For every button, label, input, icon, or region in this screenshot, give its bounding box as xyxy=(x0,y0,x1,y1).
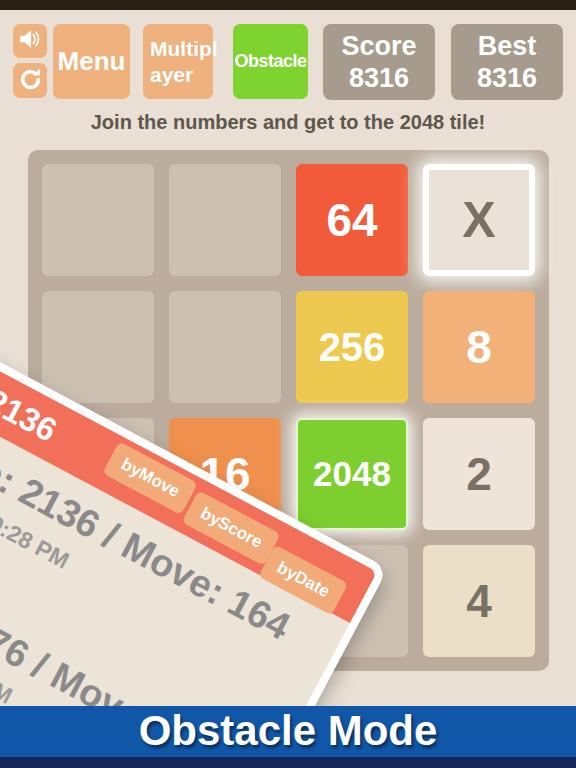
best-value: 8316 xyxy=(477,62,537,94)
best-box: Best 8316 xyxy=(451,24,563,100)
mode-label: Obstacle Mode xyxy=(139,706,438,756)
multiplayer-button[interactable]: Multipl ayer xyxy=(143,24,213,99)
bottom-border xyxy=(0,757,576,768)
best-label: Best xyxy=(478,30,537,62)
tile-obstacle: X xyxy=(423,164,535,276)
leaderboard-score: 2136 xyxy=(0,382,63,450)
multiplayer-label-line2: ayer xyxy=(150,62,193,88)
subtitle: Join the numbers and get to the 2048 til… xyxy=(0,111,576,134)
obstacle-mode-button[interactable]: Obstacle xyxy=(233,24,308,99)
tile-2048: 2048 xyxy=(296,418,408,530)
cell-empty xyxy=(42,291,154,403)
score-label: Score xyxy=(341,30,416,62)
tile-2: 2 xyxy=(423,418,535,530)
score-value: 8316 xyxy=(349,62,409,94)
cell-empty xyxy=(42,164,154,276)
restart-button[interactable] xyxy=(13,63,47,98)
menu-button-label: Menu xyxy=(58,46,126,77)
obstacle-button-label: Obstacle xyxy=(234,51,306,72)
cell-empty xyxy=(169,164,281,276)
refresh-icon xyxy=(17,65,44,96)
tile-8: 8 xyxy=(423,291,535,403)
tile-64: 64 xyxy=(296,164,408,276)
tile-4: 4 xyxy=(423,545,535,657)
sound-button[interactable] xyxy=(13,24,47,58)
tile-256: 256 xyxy=(296,291,408,403)
cell-empty xyxy=(169,291,281,403)
leaderboard-entry-time: M xyxy=(0,677,17,710)
score-box: Score 8316 xyxy=(323,24,435,100)
speaker-icon xyxy=(17,26,43,56)
multiplayer-label-line1: Multipl xyxy=(150,36,218,62)
top-border xyxy=(0,0,576,10)
menu-button[interactable]: Menu xyxy=(53,24,130,99)
